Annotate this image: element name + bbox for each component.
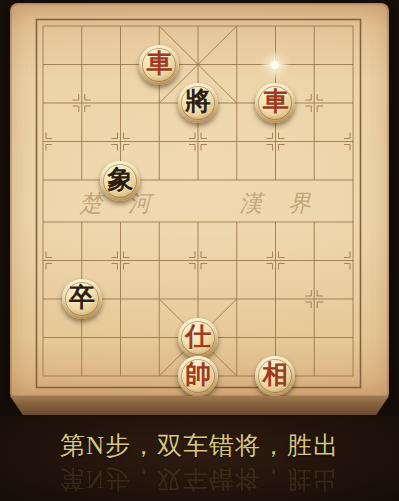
black-soldier[interactable]: 卒 — [62, 279, 102, 319]
black-general[interactable]: 將 — [178, 83, 218, 123]
piece-glyph: 相 — [262, 362, 288, 388]
red-chariot[interactable]: 車 — [139, 45, 179, 85]
piece-glyph: 仕 — [185, 324, 211, 350]
board-front-edge — [10, 396, 389, 415]
black-elephant[interactable]: 象 — [100, 161, 140, 201]
move-caption-reflection: 第N步，双车错将，胜出 — [0, 463, 399, 496]
piece-glyph: 車 — [262, 89, 288, 115]
piece-glyph: 將 — [185, 89, 211, 115]
piece-glyph: 象 — [107, 167, 133, 193]
red-advisor[interactable]: 仕 — [178, 318, 218, 358]
red-elephant[interactable]: 相 — [255, 356, 295, 396]
last-move-sparkle-icon — [260, 50, 290, 80]
red-chariot[interactable]: 車 — [255, 83, 295, 123]
piece-glyph: 帥 — [185, 362, 211, 388]
xiangqi-board: 楚 河 漢 界 車將車象卒仕帥相 — [10, 3, 389, 397]
red-general[interactable]: 帥 — [178, 356, 218, 396]
xiangqi-screenshot: 楚 河 漢 界 車將車象卒仕帥相 第N步，双车错将，胜出 第N步，双车错将，胜出 — [0, 0, 399, 501]
move-caption: 第N步，双车错将，胜出 — [0, 429, 399, 462]
sparkle-core — [271, 61, 279, 69]
piece-glyph: 卒 — [69, 285, 95, 311]
caption-zone: 第N步，双车错将，胜出 第N步，双车错将，胜出 — [0, 416, 399, 501]
pieces-layer: 車將車象卒仕帥相 — [24, 7, 373, 396]
piece-glyph: 車 — [146, 51, 172, 77]
